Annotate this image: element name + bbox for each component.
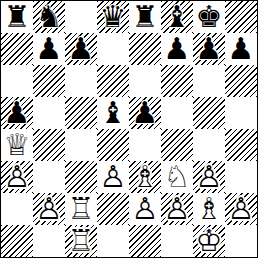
piece-white-pawn: ♙	[193, 161, 225, 193]
square-f3[interactable]: ♞♘	[161, 161, 193, 193]
square-f6[interactable]	[161, 65, 193, 97]
piece-black-rook: ♜	[129, 1, 161, 33]
square-a3[interactable]: ♟♙	[1, 161, 33, 193]
piece-black-pawn: ♟	[1, 97, 33, 129]
square-b8[interactable]: ♞	[33, 1, 65, 33]
square-c5[interactable]	[65, 97, 97, 129]
square-f1[interactable]	[161, 225, 193, 257]
square-g4[interactable]	[193, 129, 225, 161]
square-h5[interactable]	[225, 97, 257, 129]
piece-white-knight: ♘	[161, 161, 193, 193]
square-b2[interactable]: ♟♙	[33, 193, 65, 225]
square-e7[interactable]	[129, 33, 161, 65]
square-c6[interactable]	[65, 65, 97, 97]
piece-white-pawn: ♙	[161, 193, 193, 225]
piece-white-king: ♔	[193, 225, 225, 257]
square-b5[interactable]	[33, 97, 65, 129]
square-e4[interactable]	[129, 129, 161, 161]
square-h8[interactable]	[225, 1, 257, 33]
square-h1[interactable]	[225, 225, 257, 257]
piece-white-pawn: ♙	[97, 161, 129, 193]
square-h4[interactable]	[225, 129, 257, 161]
square-b6[interactable]	[33, 65, 65, 97]
square-e3[interactable]: ♝♗	[129, 161, 161, 193]
square-f8[interactable]: ♝	[161, 1, 193, 33]
chess-board-frame: ♜♞♛♜♝♚♟♟♟♟♟♟♝♟♛♕♟♙♟♙♝♗♞♘♟♙♟♙♜♖♟♙♟♙♝♗♟♙♜♖…	[0, 0, 258, 258]
piece-black-pawn: ♟	[193, 33, 225, 65]
piece-black-pawn: ♟	[33, 33, 65, 65]
square-g3[interactable]: ♟♙	[193, 161, 225, 193]
square-f5[interactable]	[161, 97, 193, 129]
square-b3[interactable]	[33, 161, 65, 193]
piece-black-pawn: ♟	[161, 33, 193, 65]
square-d4[interactable]	[97, 129, 129, 161]
square-g8[interactable]: ♚	[193, 1, 225, 33]
square-h3[interactable]	[225, 161, 257, 193]
piece-white-rook: ♖	[65, 225, 97, 257]
square-a1[interactable]	[1, 225, 33, 257]
square-d5[interactable]: ♝	[97, 97, 129, 129]
square-e8[interactable]: ♜	[129, 1, 161, 33]
square-c7[interactable]: ♟	[65, 33, 97, 65]
square-a6[interactable]	[1, 65, 33, 97]
piece-black-king: ♚	[193, 1, 225, 33]
square-d2[interactable]	[97, 193, 129, 225]
piece-black-bishop: ♝	[97, 97, 129, 129]
square-f4[interactable]	[161, 129, 193, 161]
square-a4[interactable]: ♛♕	[1, 129, 33, 161]
square-g6[interactable]	[193, 65, 225, 97]
square-a5[interactable]: ♟	[1, 97, 33, 129]
square-g5[interactable]	[193, 97, 225, 129]
square-f2[interactable]: ♟♙	[161, 193, 193, 225]
piece-black-pawn: ♟	[65, 33, 97, 65]
square-d7[interactable]	[97, 33, 129, 65]
piece-white-pawn: ♙	[225, 193, 257, 225]
square-b7[interactable]: ♟	[33, 33, 65, 65]
square-d6[interactable]	[97, 65, 129, 97]
square-h6[interactable]	[225, 65, 257, 97]
square-g1[interactable]: ♚♔	[193, 225, 225, 257]
piece-white-pawn: ♙	[129, 193, 161, 225]
square-a8[interactable]: ♜	[1, 1, 33, 33]
piece-black-queen: ♛	[97, 1, 129, 33]
chess-board: ♜♞♛♜♝♚♟♟♟♟♟♟♝♟♛♕♟♙♟♙♝♗♞♘♟♙♟♙♜♖♟♙♟♙♝♗♟♙♜♖…	[1, 1, 257, 257]
square-d3[interactable]: ♟♙	[97, 161, 129, 193]
square-a2[interactable]	[1, 193, 33, 225]
piece-black-bishop: ♝	[161, 1, 193, 33]
square-c8[interactable]	[65, 1, 97, 33]
square-e5[interactable]: ♟	[129, 97, 161, 129]
square-h7[interactable]: ♟	[225, 33, 257, 65]
piece-black-knight: ♞	[33, 1, 65, 33]
piece-white-pawn: ♙	[33, 193, 65, 225]
square-g2[interactable]: ♝♗	[193, 193, 225, 225]
square-b4[interactable]	[33, 129, 65, 161]
piece-white-bishop: ♗	[193, 193, 225, 225]
square-b1[interactable]	[33, 225, 65, 257]
piece-black-pawn: ♟	[129, 97, 161, 129]
square-g7[interactable]: ♟	[193, 33, 225, 65]
square-e2[interactable]: ♟♙	[129, 193, 161, 225]
square-h2[interactable]: ♟♙	[225, 193, 257, 225]
piece-black-pawn: ♟	[225, 33, 257, 65]
square-d8[interactable]: ♛	[97, 1, 129, 33]
square-c3[interactable]	[65, 161, 97, 193]
piece-white-pawn: ♙	[1, 161, 33, 193]
square-c4[interactable]	[65, 129, 97, 161]
square-e1[interactable]	[129, 225, 161, 257]
square-c1[interactable]: ♜♖	[65, 225, 97, 257]
piece-white-queen: ♕	[1, 129, 33, 161]
square-d1[interactable]	[97, 225, 129, 257]
square-a7[interactable]	[1, 33, 33, 65]
piece-white-bishop: ♗	[129, 161, 161, 193]
piece-white-rook: ♖	[65, 193, 97, 225]
piece-black-rook: ♜	[1, 1, 33, 33]
square-e6[interactable]	[129, 65, 161, 97]
square-f7[interactable]: ♟	[161, 33, 193, 65]
square-c2[interactable]: ♜♖	[65, 193, 97, 225]
